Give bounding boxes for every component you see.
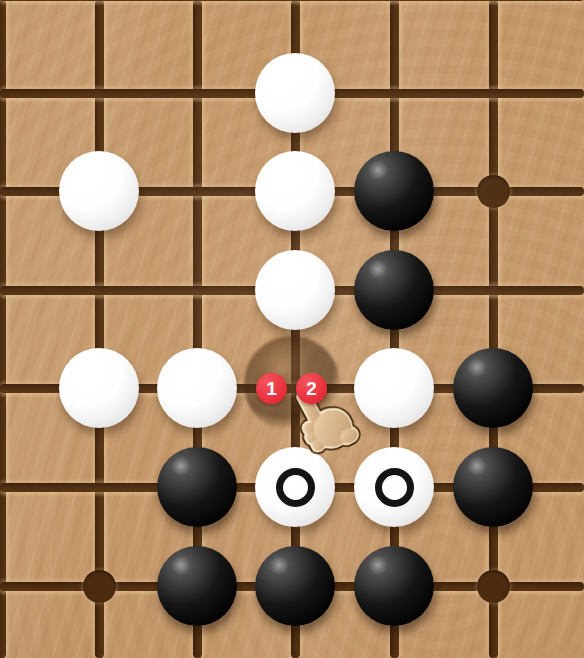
black-stone (255, 546, 335, 626)
go-app-screen: 1 2 (0, 0, 584, 658)
go-board[interactable]: 1 2 (0, 0, 584, 658)
move-badge-2: 2 (296, 373, 327, 404)
move-badge-1: 1 (256, 373, 287, 404)
white-stone-circled (354, 447, 434, 527)
circle-marker (276, 468, 315, 507)
white-stone (59, 151, 139, 231)
black-stone (453, 447, 533, 527)
star-point (477, 570, 510, 603)
black-stone (157, 546, 237, 626)
black-stone (354, 546, 434, 626)
white-stone (354, 348, 434, 428)
white-stone (59, 348, 139, 428)
star-point (83, 570, 116, 603)
circle-marker (375, 468, 414, 507)
grid-line-horizontal (0, 0, 584, 1)
white-stone (255, 53, 335, 133)
grid-line-vertical (95, 0, 104, 658)
grid-line-vertical (489, 0, 498, 658)
grid-line-vertical (0, 0, 6, 658)
white-stone (255, 151, 335, 231)
black-stone (453, 348, 533, 428)
black-stone (157, 447, 237, 527)
star-point (477, 175, 510, 208)
black-stone (354, 250, 434, 330)
white-stone (255, 250, 335, 330)
black-stone (354, 151, 434, 231)
white-stone (157, 348, 237, 428)
